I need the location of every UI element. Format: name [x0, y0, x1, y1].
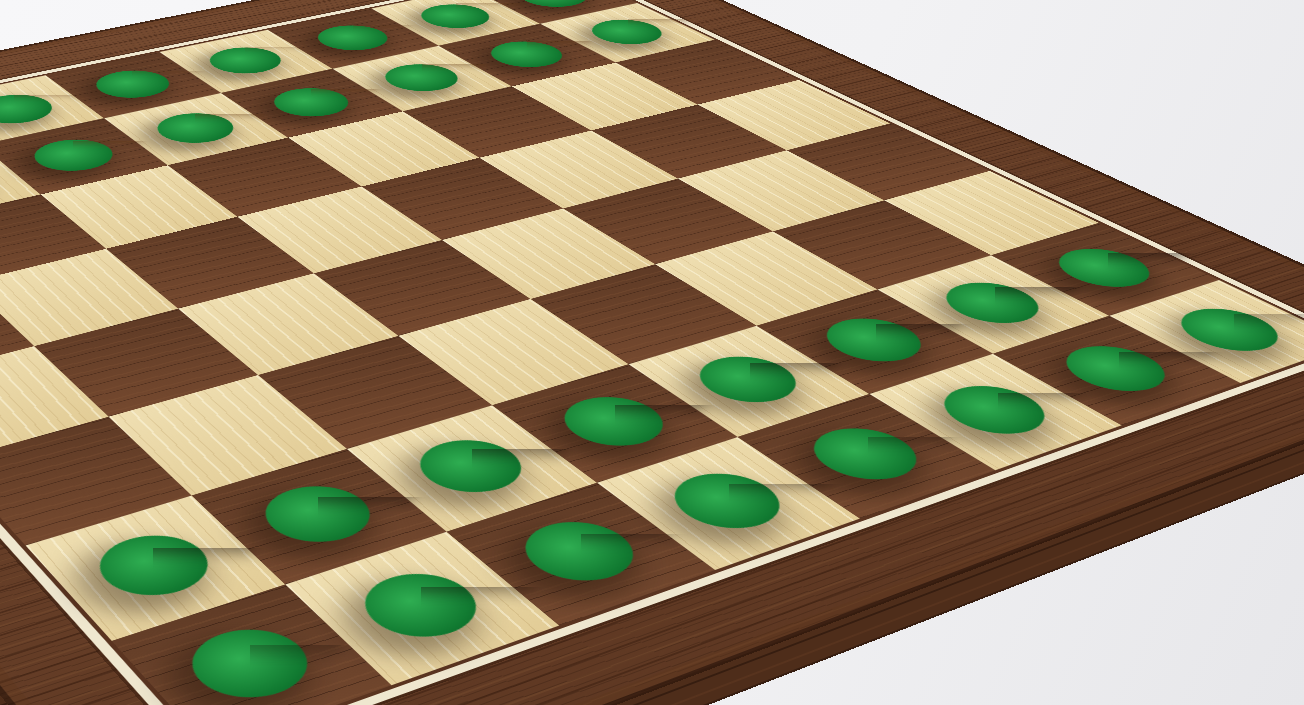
product-photo-scene: ♜♞♝♚♛♝♞♜♟♟♟♟♟♟♟♟♟♟♟♟♟♟♟♟♜♞♝♚♛♝♞♜ [0, 0, 1304, 705]
white-pawn-glyph: ♟ [0, 0, 47, 201]
board-grid: ♜♞♝♚♛♝♞♜♟♟♟♟♟♟♟♟♟♟♟♟♟♟♟♟♜♞♝♚♛♝♞♜ [0, 0, 1304, 705]
square-h8: ♜ [112, 584, 392, 705]
black-rook-glyph: ♜ [119, 395, 380, 686]
chess-board: ♜♞♝♚♛♝♞♜♟♟♟♟♟♟♟♟♟♟♟♟♟♟♟♟♜♞♝♚♛♝♞♜ [0, 0, 1304, 705]
square-g2: ♟ [0, 145, 41, 225]
